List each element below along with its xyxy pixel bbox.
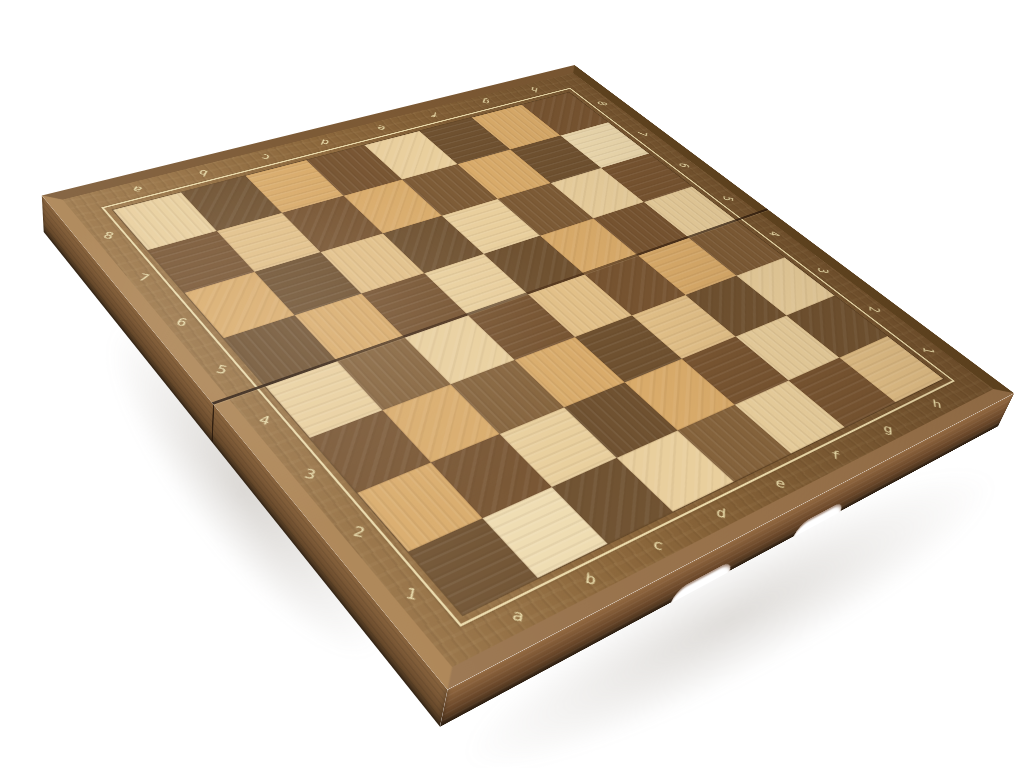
label-rank-5-left: 5: [214, 362, 229, 376]
label-rank-4-right: 4: [767, 230, 782, 238]
label-file-c-top: c: [259, 152, 271, 162]
label-rank-7-right: 7: [635, 130, 649, 137]
label-rank-1-right: 1: [920, 346, 937, 355]
label-file-e-top: e: [376, 124, 387, 133]
label-file-d-top: d: [319, 138, 331, 147]
label-rank-2-right: 2: [866, 305, 883, 313]
label-file-b-top: b: [197, 168, 210, 178]
photo-stage: abcdefgh abcdefgh 87654321 87654321: [0, 0, 1024, 768]
label-rank-1-left: 1: [404, 584, 419, 603]
label-rank-6-left: 6: [174, 315, 189, 328]
label-file-a-bottom: a: [511, 606, 525, 625]
label-file-d-bottom: d: [716, 505, 727, 521]
label-rank-2-left: 2: [351, 523, 366, 540]
fold-seam-side: [212, 404, 215, 443]
label-rank-8-right: 8: [595, 100, 609, 106]
label-file-g-bottom: g: [883, 422, 894, 436]
label-rank-3-right: 3: [815, 267, 831, 275]
label-file-g-top: g: [481, 98, 490, 106]
label-rank-6-right: 6: [677, 162, 692, 169]
label-file-f-top: f: [430, 110, 440, 119]
chess-board-3d: abcdefgh abcdefgh 87654321 87654321: [44, 96, 999, 727]
label-file-e-bottom: e: [775, 475, 785, 490]
label-rank-7-left: 7: [137, 271, 152, 283]
label-rank-4-left: 4: [257, 413, 272, 428]
latch-notch-2: [793, 500, 845, 537]
label-rank-5-right: 5: [721, 195, 736, 202]
label-rank-3-left: 3: [303, 466, 318, 482]
board-grid: [113, 92, 943, 614]
label-file-h-bottom: h: [932, 397, 943, 410]
label-file-b-bottom: b: [584, 570, 597, 588]
label-file-c-bottom: c: [652, 536, 664, 553]
label-file-f-bottom: f: [831, 448, 841, 462]
label-rank-8-left: 8: [101, 230, 116, 242]
label-file-a-top: a: [130, 184, 144, 195]
label-file-h-top: h: [530, 86, 539, 94]
